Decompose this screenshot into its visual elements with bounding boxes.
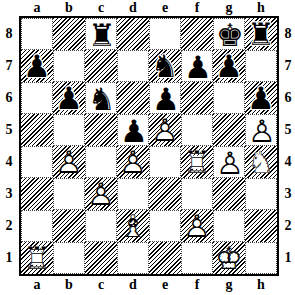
square-g1[interactable]: ♚♔ xyxy=(213,242,245,274)
square-e2[interactable] xyxy=(149,210,181,242)
file-label-bottom-e: e xyxy=(149,277,181,292)
square-c6[interactable]: ♞ xyxy=(85,82,117,114)
square-a3[interactable] xyxy=(21,178,53,210)
piece-white-pawn: ♙ xyxy=(149,114,181,146)
square-h8[interactable]: ♜ xyxy=(245,18,277,50)
file-label-bottom-h: h xyxy=(245,277,277,292)
chess-board: ♜♚♜♟♞♟♟♟♞♟♟♟♟♙♟♙♟♙♟♙♜♖♟♙♞♘♟♙♝♗♟♙♜♖♚♔ xyxy=(19,16,279,276)
piece-white-pawn-fill: ♟ xyxy=(117,146,149,178)
piece-white-pawn: ♙ xyxy=(117,146,149,178)
file-label-top-c: c xyxy=(85,0,117,15)
square-e6[interactable]: ♟ xyxy=(149,82,181,114)
rank-label-right-3: 3 xyxy=(280,178,295,210)
square-e4[interactable] xyxy=(149,146,181,178)
file-label-bottom-a: a xyxy=(21,277,53,292)
rank-label-left-2: 2 xyxy=(1,210,17,242)
square-e5[interactable]: ♟♙ xyxy=(149,114,181,146)
square-f1[interactable] xyxy=(181,242,213,274)
square-g6[interactable] xyxy=(213,82,245,114)
square-f4[interactable]: ♜♖ xyxy=(181,146,213,178)
rank-label-right-7: 7 xyxy=(280,50,295,82)
rank-label-right-1: 1 xyxy=(280,242,295,274)
rank-label-right-2: 2 xyxy=(280,210,295,242)
piece-black-rook: ♜ xyxy=(86,19,118,51)
piece-black-rook: ♜ xyxy=(245,18,277,50)
piece-white-pawn-fill: ♟ xyxy=(149,114,181,146)
piece-white-knight-fill: ♞ xyxy=(245,146,277,178)
square-b8[interactable] xyxy=(53,18,85,50)
piece-white-pawn: ♙ xyxy=(214,147,246,179)
square-b7[interactable] xyxy=(53,50,85,82)
square-d6[interactable] xyxy=(117,82,149,114)
square-h2[interactable] xyxy=(245,210,277,242)
file-label-top-e: e xyxy=(149,0,181,15)
square-e3[interactable] xyxy=(149,178,181,210)
piece-black-pawn: ♟ xyxy=(118,115,150,147)
piece-white-pawn: ♙ xyxy=(246,115,278,147)
square-c8[interactable]: ♜ xyxy=(85,18,117,50)
square-g8[interactable]: ♚ xyxy=(213,18,245,50)
square-a6[interactable] xyxy=(21,82,53,114)
square-a7[interactable]: ♟ xyxy=(21,50,53,82)
piece-white-rook-fill: ♜ xyxy=(21,242,53,274)
piece-white-bishop-fill: ♝ xyxy=(117,210,149,242)
square-c4[interactable] xyxy=(85,146,117,178)
piece-white-pawn-fill: ♟ xyxy=(246,115,278,147)
rank-label-right-8: 8 xyxy=(280,18,295,50)
square-c7[interactable] xyxy=(85,50,117,82)
piece-white-knight: ♘ xyxy=(245,146,277,178)
file-label-top-f: f xyxy=(181,0,213,15)
square-h3[interactable] xyxy=(245,178,277,210)
rank-labels-left: 87654321 xyxy=(1,18,17,274)
file-labels-bottom: abcdefgh xyxy=(21,277,277,292)
file-labels-top: abcdefgh xyxy=(21,0,277,15)
rank-label-right-6: 6 xyxy=(280,82,295,114)
square-g4[interactable]: ♟♙ xyxy=(213,146,245,178)
file-label-bottom-c: c xyxy=(85,277,117,292)
square-d2[interactable]: ♝♗ xyxy=(117,210,149,242)
square-g5[interactable] xyxy=(213,114,245,146)
piece-black-pawn: ♟ xyxy=(182,51,214,83)
square-g2[interactable] xyxy=(213,210,245,242)
file-label-bottom-d: d xyxy=(117,277,149,292)
piece-white-rook-fill: ♜ xyxy=(181,146,213,178)
piece-white-king-fill: ♚ xyxy=(213,242,245,274)
rank-labels-right: 87654321 xyxy=(280,18,295,274)
square-f2[interactable]: ♟♙ xyxy=(181,210,213,242)
rank-label-left-1: 1 xyxy=(1,242,17,274)
file-label-bottom-f: f xyxy=(181,277,213,292)
square-c1[interactable] xyxy=(85,242,117,274)
square-h7[interactable] xyxy=(245,50,277,82)
file-label-top-b: b xyxy=(53,0,85,15)
piece-black-pawn: ♟ xyxy=(53,82,85,114)
square-d8[interactable] xyxy=(117,18,149,50)
square-e8[interactable] xyxy=(149,18,181,50)
square-a4[interactable] xyxy=(21,146,53,178)
square-a2[interactable] xyxy=(21,210,53,242)
piece-white-pawn-fill: ♟ xyxy=(181,210,213,242)
square-h6[interactable]: ♟ xyxy=(245,82,277,114)
square-b3[interactable] xyxy=(53,178,85,210)
square-f5[interactable] xyxy=(181,114,213,146)
piece-black-pawn: ♟ xyxy=(150,83,182,115)
rank-label-right-5: 5 xyxy=(280,114,295,146)
piece-white-rook: ♖ xyxy=(21,242,53,274)
square-f7[interactable]: ♟ xyxy=(181,50,213,82)
piece-black-pawn: ♟ xyxy=(213,50,245,82)
square-f6[interactable] xyxy=(181,82,213,114)
piece-white-pawn-fill: ♟ xyxy=(53,146,85,178)
piece-white-rook: ♖ xyxy=(181,146,213,178)
chess-diagram: abcdefgh 87654321 ♜♚♜♟♞♟♟♟♞♟♟♟♟♙♟♙♟♙♟♙♜♖… xyxy=(0,0,295,295)
square-c5[interactable] xyxy=(85,114,117,146)
rank-label-right-4: 4 xyxy=(280,146,295,178)
rank-label-left-8: 8 xyxy=(1,18,17,50)
piece-white-pawn-fill: ♟ xyxy=(214,147,246,179)
file-label-top-g: g xyxy=(213,0,245,15)
square-b6[interactable]: ♟ xyxy=(53,82,85,114)
piece-white-king: ♔ xyxy=(213,242,245,274)
square-h5[interactable]: ♟♙ xyxy=(245,114,277,146)
square-a8[interactable] xyxy=(21,18,53,50)
square-d4[interactable]: ♟♙ xyxy=(117,146,149,178)
piece-white-bishop: ♗ xyxy=(117,210,149,242)
square-g7[interactable]: ♟ xyxy=(213,50,245,82)
square-d3[interactable] xyxy=(117,178,149,210)
file-label-top-h: h xyxy=(245,0,277,15)
square-f3[interactable] xyxy=(181,178,213,210)
piece-black-pawn: ♟ xyxy=(21,50,53,82)
square-a1[interactable]: ♜♖ xyxy=(21,242,53,274)
piece-white-pawn: ♙ xyxy=(85,178,117,210)
file-label-top-a: a xyxy=(21,0,53,15)
square-b2[interactable] xyxy=(53,210,85,242)
file-label-top-d: d xyxy=(117,0,149,15)
piece-white-pawn: ♙ xyxy=(181,210,213,242)
square-h1[interactable] xyxy=(245,242,277,274)
rank-label-left-7: 7 xyxy=(1,50,17,82)
square-b4[interactable]: ♟♙ xyxy=(53,146,85,178)
square-c3[interactable]: ♟♙ xyxy=(85,178,117,210)
piece-black-knight: ♞ xyxy=(86,83,118,115)
square-d7[interactable] xyxy=(117,50,149,82)
piece-black-knight: ♞ xyxy=(149,50,181,82)
rank-label-left-3: 3 xyxy=(1,178,17,210)
rank-label-left-6: 6 xyxy=(1,82,17,114)
square-a5[interactable] xyxy=(21,114,53,146)
piece-black-king: ♚ xyxy=(214,19,246,51)
square-e7[interactable]: ♞ xyxy=(149,50,181,82)
rank-label-left-4: 4 xyxy=(1,146,17,178)
rank-label-left-5: 5 xyxy=(1,114,17,146)
file-label-bottom-g: g xyxy=(213,277,245,292)
piece-black-pawn: ♟ xyxy=(245,82,277,114)
square-b1[interactable] xyxy=(53,242,85,274)
piece-white-pawn: ♙ xyxy=(53,146,85,178)
piece-white-pawn-fill: ♟ xyxy=(85,178,117,210)
square-h4[interactable]: ♞♘ xyxy=(245,146,277,178)
file-label-bottom-b: b xyxy=(53,277,85,292)
square-e1[interactable] xyxy=(149,242,181,274)
square-c2[interactable] xyxy=(85,210,117,242)
square-d5[interactable]: ♟ xyxy=(117,114,149,146)
square-f8[interactable] xyxy=(181,18,213,50)
square-g3[interactable] xyxy=(213,178,245,210)
square-b5[interactable] xyxy=(53,114,85,146)
square-d1[interactable] xyxy=(117,242,149,274)
